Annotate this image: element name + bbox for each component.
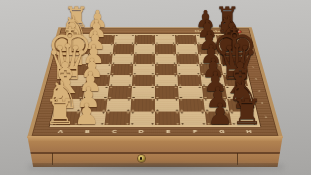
square-h1 <box>72 35 94 44</box>
square-d2 <box>85 75 110 86</box>
square-h5 <box>155 35 176 44</box>
square-g3 <box>112 44 134 54</box>
file-label-a: A <box>47 130 74 134</box>
square-h8 <box>216 35 238 44</box>
square-e6 <box>177 64 200 75</box>
square-a7 <box>204 111 231 125</box>
square-d6 <box>178 75 202 86</box>
square-b1 <box>56 98 83 111</box>
square-d7 <box>200 75 225 86</box>
square-a2 <box>78 111 105 125</box>
file-label-g: G <box>209 130 236 134</box>
file-label-e: E <box>155 130 181 134</box>
chess-board <box>53 35 257 125</box>
square-b2 <box>81 98 107 111</box>
square-f2 <box>89 54 112 64</box>
square-h2 <box>93 35 115 44</box>
box-front <box>26 136 284 167</box>
square-e2 <box>87 64 111 75</box>
square-e3 <box>110 64 133 75</box>
brand-logo-icon <box>234 30 242 33</box>
square-a4 <box>129 111 155 125</box>
drawer-front <box>26 154 284 163</box>
square-b5 <box>155 98 180 111</box>
square-f3 <box>111 54 134 64</box>
square-h7 <box>196 35 218 44</box>
square-a3 <box>104 111 130 125</box>
rank-mark-5: 5 <box>248 66 257 68</box>
rank-mark-3: 3 <box>254 89 264 92</box>
square-c2 <box>83 86 108 98</box>
square-d8 <box>223 75 248 86</box>
file-label-f: F <box>182 130 208 134</box>
square-d4 <box>132 75 155 86</box>
square-c5 <box>155 86 179 98</box>
rank-mark-7: 7 <box>243 45 252 47</box>
drawer-keyhole-icon <box>138 155 145 162</box>
square-e4 <box>132 64 155 75</box>
square-a5 <box>155 111 181 125</box>
file-label-b: B <box>74 130 101 134</box>
rank-mark-1: 1 <box>260 115 270 118</box>
cast-shadow <box>28 164 284 172</box>
file-label-c: C <box>101 130 127 134</box>
square-b3 <box>106 98 131 111</box>
square-f1 <box>67 54 91 64</box>
square-e7 <box>199 64 223 75</box>
square-e8 <box>221 64 245 75</box>
square-f4 <box>133 54 155 64</box>
square-c7 <box>202 86 227 98</box>
square-g4 <box>134 44 155 54</box>
rank-mark-6: 6 <box>246 55 255 57</box>
square-c8 <box>225 86 251 98</box>
rank-mark-4: 4 <box>251 77 260 80</box>
square-d3 <box>108 75 132 86</box>
square-g6 <box>176 44 198 54</box>
square-g5 <box>155 44 176 54</box>
square-e1 <box>65 64 89 75</box>
square-f6 <box>176 54 199 64</box>
playing-area <box>50 34 261 127</box>
square-d5 <box>155 75 178 86</box>
square-c1 <box>59 86 85 98</box>
box-upper-band <box>26 141 284 152</box>
square-h4 <box>134 35 155 44</box>
square-f5 <box>155 54 177 64</box>
file-label-d: D <box>128 130 154 134</box>
square-a6 <box>180 111 206 125</box>
square-h6 <box>175 35 196 44</box>
square-a8 <box>229 111 257 125</box>
square-g1 <box>70 44 93 54</box>
square-f8 <box>219 54 243 64</box>
square-b6 <box>179 98 204 111</box>
square-c3 <box>107 86 132 98</box>
square-h3 <box>113 35 134 44</box>
square-g7 <box>197 44 219 54</box>
square-g8 <box>217 44 240 54</box>
rank-mark-8: 8 <box>241 36 249 38</box>
square-b7 <box>203 98 229 111</box>
chess-board-frame: Mephisto exclusive ABCDEFGH12345678 <box>27 27 283 138</box>
square-g2 <box>91 44 113 54</box>
square-d1 <box>62 75 87 86</box>
square-b8 <box>227 98 254 111</box>
square-f7 <box>198 54 221 64</box>
square-e5 <box>155 64 178 75</box>
square-a1 <box>53 111 81 125</box>
photo-backdrop: Mephisto exclusive ABCDEFGH12345678 ♜♟♟♜… <box>0 0 311 175</box>
square-c6 <box>178 86 203 98</box>
square-b4 <box>130 98 155 111</box>
rank-mark-2: 2 <box>257 102 267 105</box>
file-label-h: H <box>236 130 263 134</box>
square-c4 <box>131 86 155 98</box>
